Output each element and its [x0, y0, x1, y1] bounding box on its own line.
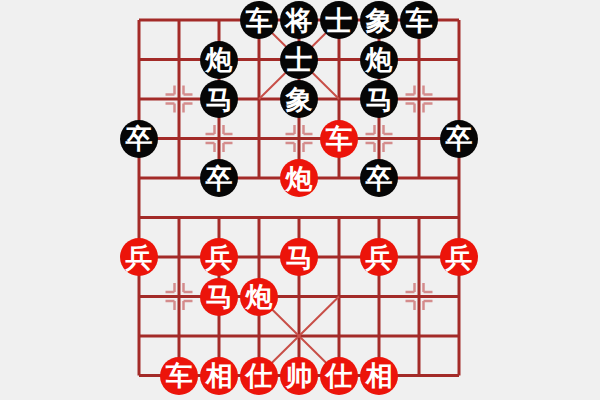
board-point[interactable]: 车	[319, 119, 359, 159]
board-point[interactable]	[319, 198, 359, 238]
board-point[interactable]	[159, 158, 199, 198]
board-point[interactable]	[119, 40, 159, 80]
board-point[interactable]	[399, 79, 439, 119]
board-point[interactable]	[119, 316, 159, 356]
board-point[interactable]: 士	[279, 40, 319, 80]
board-point[interactable]	[119, 79, 159, 119]
board-point[interactable]	[119, 0, 159, 40]
board-point[interactable]	[439, 0, 479, 40]
board-point[interactable]	[399, 277, 439, 317]
board-point[interactable]: 相	[359, 356, 399, 396]
board-point[interactable]: 卒	[119, 119, 159, 159]
piece-red-elephant[interactable]: 相	[360, 357, 398, 395]
board-point[interactable]: 马	[199, 79, 239, 119]
board-point[interactable]	[159, 198, 199, 238]
piece-red-soldier[interactable]: 兵	[360, 238, 398, 276]
board-point[interactable]	[399, 40, 439, 80]
piece-red-cannon[interactable]: 炮	[280, 159, 318, 197]
board-point[interactable]	[239, 198, 279, 238]
piece-red-soldier[interactable]: 兵	[120, 238, 158, 276]
board-point[interactable]	[399, 119, 439, 159]
board-point[interactable]	[399, 356, 439, 396]
board-point[interactable]	[239, 40, 279, 80]
piece-red-cannon[interactable]: 炮	[240, 278, 278, 316]
board-point[interactable]: 炮	[239, 277, 279, 317]
board-point[interactable]: 马	[359, 79, 399, 119]
board-point[interactable]	[439, 277, 479, 317]
board-point[interactable]	[439, 79, 479, 119]
board-point[interactable]	[399, 158, 439, 198]
board-point[interactable]: 仕	[239, 356, 279, 396]
board-point[interactable]	[159, 277, 199, 317]
board-point[interactable]: 卒	[359, 158, 399, 198]
board-point[interactable]	[279, 119, 319, 159]
board-point[interactable]: 象	[279, 79, 319, 119]
board-point[interactable]: 将	[279, 0, 319, 40]
piece-red-soldier[interactable]: 兵	[440, 238, 478, 276]
board-point[interactable]: 马	[279, 237, 319, 277]
piece-red-rook[interactable]: 车	[320, 120, 358, 158]
board-point[interactable]: 仕	[319, 356, 359, 396]
piece-black-soldier[interactable]: 卒	[200, 159, 238, 197]
board-point[interactable]: 车	[159, 356, 199, 396]
board-point[interactable]: 炮	[279, 158, 319, 198]
piece-red-horse[interactable]: 马	[200, 278, 238, 316]
board-point[interactable]	[239, 158, 279, 198]
piece-black-soldier[interactable]: 卒	[360, 159, 398, 197]
board-point[interactable]	[439, 158, 479, 198]
piece-black-horse[interactable]: 马	[360, 80, 398, 118]
board-point[interactable]	[159, 119, 199, 159]
board-point[interactable]	[319, 237, 359, 277]
board-point[interactable]	[199, 316, 239, 356]
board-point[interactable]: 炮	[199, 40, 239, 80]
board-point[interactable]	[399, 316, 439, 356]
board-point[interactable]	[359, 277, 399, 317]
board-point[interactable]: 兵	[439, 237, 479, 277]
piece-black-horse[interactable]: 马	[200, 80, 238, 118]
board-point[interactable]: 车	[239, 0, 279, 40]
board-point[interactable]: 象	[359, 0, 399, 40]
piece-red-advisor[interactable]: 仕	[320, 357, 358, 395]
piece-red-rook[interactable]: 车	[160, 357, 198, 395]
board-point[interactable]	[119, 277, 159, 317]
board-point[interactable]	[279, 316, 319, 356]
piece-black-advisor[interactable]: 士	[320, 1, 358, 39]
board-point[interactable]	[119, 356, 159, 396]
board-point[interactable]: 帅	[279, 356, 319, 396]
board-point[interactable]	[319, 277, 359, 317]
board-point[interactable]	[319, 40, 359, 80]
board-point[interactable]	[159, 0, 199, 40]
piece-red-soldier[interactable]: 兵	[200, 238, 238, 276]
board-point[interactable]: 车	[399, 0, 439, 40]
board-point[interactable]	[159, 237, 199, 277]
board-point[interactable]	[439, 356, 479, 396]
board-point[interactable]	[239, 316, 279, 356]
board-point[interactable]	[359, 316, 399, 356]
board-point[interactable]: 卒	[439, 119, 479, 159]
board-point[interactable]: 马	[199, 277, 239, 317]
board-point[interactable]	[319, 158, 359, 198]
board-point[interactable]	[359, 119, 399, 159]
board-point[interactable]	[439, 198, 479, 238]
piece-red-advisor[interactable]: 仕	[240, 357, 278, 395]
board-point[interactable]	[119, 158, 159, 198]
board-point[interactable]	[439, 40, 479, 80]
board-point[interactable]	[199, 198, 239, 238]
board-point[interactable]	[159, 40, 199, 80]
piece-black-cannon[interactable]: 炮	[200, 41, 238, 79]
board-point[interactable]	[239, 237, 279, 277]
board-point[interactable]: 卒	[199, 158, 239, 198]
board-point[interactable]: 兵	[199, 237, 239, 277]
board-point[interactable]	[319, 316, 359, 356]
board-point[interactable]	[239, 119, 279, 159]
board-point[interactable]	[159, 316, 199, 356]
board-point[interactable]	[359, 198, 399, 238]
piece-black-cannon[interactable]: 炮	[360, 41, 398, 79]
board-point[interactable]	[279, 277, 319, 317]
board-point[interactable]	[399, 237, 439, 277]
board-point[interactable]	[199, 119, 239, 159]
board-point[interactable]	[279, 198, 319, 238]
piece-black-king[interactable]: 将	[280, 1, 318, 39]
board-point[interactable]: 士	[319, 0, 359, 40]
pieces-grid: 车将士象车炮士炮马象马卒车卒卒炮卒兵兵马兵兵马炮车相仕帅仕相	[119, 0, 479, 395]
piece-black-soldier[interactable]: 卒	[440, 120, 478, 158]
board-point[interactable]	[159, 79, 199, 119]
piece-black-rook[interactable]: 车	[240, 1, 278, 39]
board-point[interactable]	[399, 198, 439, 238]
board-point[interactable]: 兵	[359, 237, 399, 277]
piece-black-elephant[interactable]: 象	[280, 80, 318, 118]
board-point[interactable]: 相	[199, 356, 239, 396]
xiangqi-board: 车将士象车炮士炮马象马卒车卒卒炮卒兵兵马兵兵马炮车相仕帅仕相	[0, 0, 600, 400]
piece-red-king[interactable]: 帅	[280, 357, 318, 395]
board-point[interactable]	[119, 198, 159, 238]
board-point[interactable]	[319, 79, 359, 119]
board-point[interactable]	[199, 0, 239, 40]
piece-black-rook[interactable]: 车	[400, 1, 438, 39]
piece-red-elephant[interactable]: 相	[200, 357, 238, 395]
piece-black-advisor[interactable]: 士	[280, 41, 318, 79]
board-point[interactable]: 兵	[119, 237, 159, 277]
piece-red-horse[interactable]: 马	[280, 238, 318, 276]
piece-black-elephant[interactable]: 象	[360, 1, 398, 39]
board-point[interactable]	[239, 79, 279, 119]
piece-black-soldier[interactable]: 卒	[120, 120, 158, 158]
board-point[interactable]: 炮	[359, 40, 399, 80]
board-point[interactable]	[439, 316, 479, 356]
